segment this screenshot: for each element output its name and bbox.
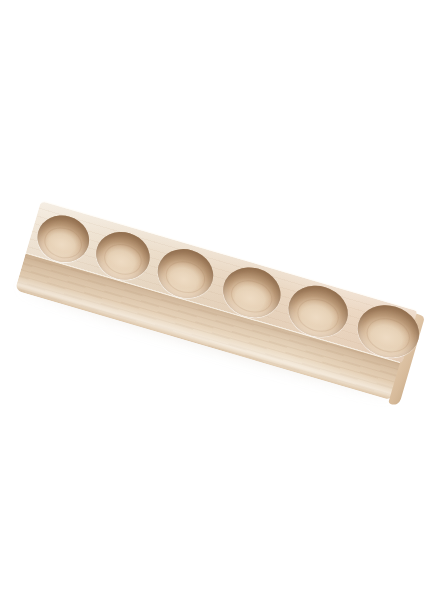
mancala-board <box>15 201 417 399</box>
photo-background <box>0 0 424 600</box>
